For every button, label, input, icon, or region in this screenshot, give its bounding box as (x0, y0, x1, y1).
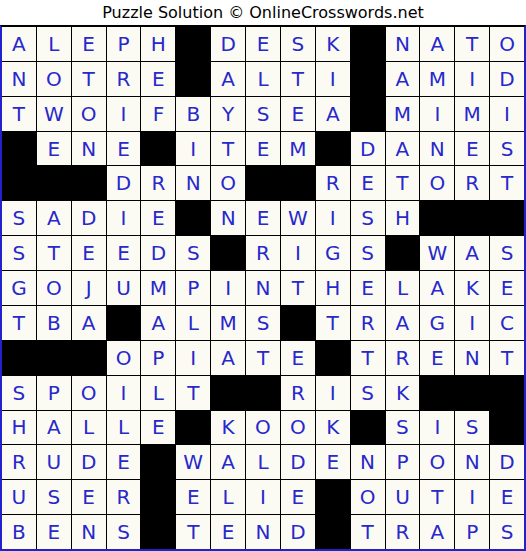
letter-cell: F (141, 97, 175, 131)
page-title: Puzzle Solution © OnlineCrosswords.net (0, 0, 526, 25)
letter-cell: D (281, 445, 315, 479)
black-cell (2, 132, 36, 166)
black-cell (246, 166, 280, 200)
letter-cell: N (72, 515, 106, 549)
letter-cell: S (351, 201, 385, 235)
letter-cell: R (351, 306, 385, 340)
black-cell (351, 27, 385, 61)
black-cell (176, 27, 210, 61)
black-cell (211, 376, 245, 410)
black-cell (141, 445, 175, 479)
letter-cell: R (386, 341, 420, 375)
letter-cell: R (316, 166, 350, 200)
letter-cell: R (455, 166, 489, 200)
letter-cell: T (351, 515, 385, 549)
letter-cell: A (316, 97, 350, 131)
letter-cell: A (37, 411, 71, 445)
letter-cell: I (107, 97, 141, 131)
letter-cell: A (37, 201, 71, 235)
letter-cell: E (107, 132, 141, 166)
letter-cell: W (176, 445, 210, 479)
black-cell (176, 201, 210, 235)
letter-cell: A (420, 271, 454, 305)
letter-cell: B (176, 97, 210, 131)
black-cell (281, 306, 315, 340)
letter-cell: T (386, 166, 420, 200)
letter-cell: M (455, 97, 489, 131)
letter-cell: L (176, 306, 210, 340)
letter-cell: R (386, 515, 420, 549)
letter-cell: E (37, 515, 71, 549)
black-cell (351, 62, 385, 96)
letter-cell: B (2, 515, 36, 549)
letter-cell: I (490, 97, 524, 131)
letter-cell: H (386, 201, 420, 235)
letter-cell: T (316, 306, 350, 340)
letter-cell: L (107, 411, 141, 445)
letter-cell: R (107, 480, 141, 514)
letter-cell: A (72, 306, 106, 340)
black-cell (455, 201, 489, 235)
letter-cell: T (490, 341, 524, 375)
letter-cell: J (72, 271, 106, 305)
letter-cell: I (176, 132, 210, 166)
black-cell (176, 62, 210, 96)
letter-cell: M (386, 97, 420, 131)
letter-cell: O (281, 411, 315, 445)
letter-cell: E (281, 480, 315, 514)
letter-cell: M (141, 271, 175, 305)
letter-cell: A (455, 236, 489, 270)
letter-cell: P (386, 445, 420, 479)
letter-cell: L (211, 480, 245, 514)
letter-cell: D (107, 166, 141, 200)
letter-cell: D (211, 27, 245, 61)
letter-cell: E (351, 271, 385, 305)
letter-cell: S (351, 376, 385, 410)
black-cell (72, 166, 106, 200)
letter-cell: W (37, 97, 71, 131)
letter-cell: T (2, 97, 36, 131)
black-cell (316, 341, 350, 375)
letter-cell: T (420, 480, 454, 514)
letter-cell: O (72, 376, 106, 410)
letter-cell: L (141, 376, 175, 410)
black-cell (141, 480, 175, 514)
letter-cell: N (420, 132, 454, 166)
letter-cell: D (490, 62, 524, 96)
letter-cell: S (37, 480, 71, 514)
letter-cell: R (2, 445, 36, 479)
black-cell (455, 376, 489, 410)
letter-cell: I (316, 62, 350, 96)
black-cell (386, 236, 420, 270)
letter-cell: N (72, 132, 106, 166)
black-cell (316, 515, 350, 549)
letter-cell: A (2, 27, 36, 61)
letter-cell: N (455, 445, 489, 479)
letter-cell: I (176, 341, 210, 375)
letter-cell: E (72, 27, 106, 61)
letter-cell: E (141, 201, 175, 235)
letter-cell: T (176, 515, 210, 549)
letter-cell: R (281, 376, 315, 410)
letter-cell: O (351, 480, 385, 514)
letter-cell: I (316, 376, 350, 410)
letter-cell: P (141, 341, 175, 375)
letter-cell: G (420, 306, 454, 340)
letter-cell: M (281, 132, 315, 166)
letter-cell: D (141, 236, 175, 270)
letter-cell: U (37, 445, 71, 479)
letter-cell: L (37, 27, 71, 61)
black-cell (316, 480, 350, 514)
letter-cell: S (351, 236, 385, 270)
letter-cell: I (107, 201, 141, 235)
letter-cell: D (72, 445, 106, 479)
black-cell (351, 411, 385, 445)
letter-cell: S (176, 236, 210, 270)
letter-cell: A (211, 62, 245, 96)
letter-cell: O (37, 271, 71, 305)
letter-cell: O (420, 166, 454, 200)
letter-cell: N (2, 62, 36, 96)
black-cell (141, 132, 175, 166)
letter-cell: O (246, 411, 280, 445)
letter-cell: K (316, 27, 350, 61)
letter-cell: S (2, 376, 36, 410)
letter-cell: K (211, 411, 245, 445)
letter-cell: A (211, 341, 245, 375)
letter-cell: E (72, 236, 106, 270)
letter-cell: E (246, 201, 280, 235)
letter-cell: E (420, 341, 454, 375)
letter-cell: E (490, 271, 524, 305)
letter-cell: I (420, 97, 454, 131)
letter-cell: S (2, 236, 36, 270)
letter-cell: M (211, 306, 245, 340)
letter-cell: A (386, 306, 420, 340)
black-cell (490, 411, 524, 445)
letter-cell: N (455, 341, 489, 375)
letter-cell: S (490, 515, 524, 549)
black-cell (420, 376, 454, 410)
letter-cell: S (386, 411, 420, 445)
letter-cell: L (386, 271, 420, 305)
black-cell (351, 97, 385, 131)
letter-cell: T (72, 62, 106, 96)
letter-cell: O (107, 341, 141, 375)
letter-cell: O (420, 445, 454, 479)
letter-cell: M (420, 62, 454, 96)
letter-cell: G (316, 236, 350, 270)
letter-cell: K (386, 376, 420, 410)
letter-cell: K (455, 271, 489, 305)
letter-cell: U (2, 480, 36, 514)
letter-cell: N (351, 445, 385, 479)
black-cell (141, 515, 175, 549)
black-cell (490, 201, 524, 235)
letter-cell: T (2, 306, 36, 340)
letter-cell: T (281, 62, 315, 96)
letter-cell: T (211, 132, 245, 166)
crossword-board: ALEPHDESKNATONOTREALTIAMIDTWOIFBYSEAMIMI… (0, 25, 526, 551)
letter-cell: I (281, 236, 315, 270)
letter-cell: S (246, 306, 280, 340)
letter-cell: I (211, 271, 245, 305)
black-cell (2, 341, 36, 375)
letter-cell: U (107, 271, 141, 305)
letter-cell: I (455, 62, 489, 96)
letter-cell: D (351, 132, 385, 166)
letter-cell: N (211, 201, 245, 235)
letter-cell: I (420, 411, 454, 445)
letter-cell: T (490, 166, 524, 200)
letter-cell: E (246, 27, 280, 61)
letter-cell: B (37, 306, 71, 340)
black-cell (176, 411, 210, 445)
letter-cell: T (246, 341, 280, 375)
letter-cell: E (37, 132, 71, 166)
letter-cell: S (490, 132, 524, 166)
letter-cell: D (490, 445, 524, 479)
black-cell (420, 201, 454, 235)
letter-cell: E (211, 515, 245, 549)
letter-cell: E (281, 341, 315, 375)
letter-cell: N (386, 27, 420, 61)
letter-cell: S (490, 236, 524, 270)
black-cell (37, 166, 71, 200)
letter-cell: T (281, 271, 315, 305)
letter-cell: A (211, 445, 245, 479)
letter-cell: L (246, 62, 280, 96)
letter-cell: H (141, 27, 175, 61)
letter-cell: A (141, 306, 175, 340)
letter-cell: I (455, 480, 489, 514)
letter-cell: E (455, 132, 489, 166)
letter-cell: A (420, 515, 454, 549)
letter-cell: R (246, 236, 280, 270)
letter-cell: D (72, 201, 106, 235)
letter-cell: S (455, 411, 489, 445)
letter-cell: R (107, 62, 141, 96)
letter-cell: I (107, 376, 141, 410)
letter-cell: L (246, 445, 280, 479)
letter-cell: E (107, 236, 141, 270)
letter-cell: I (316, 201, 350, 235)
letter-cell: R (141, 166, 175, 200)
letter-cell: K (316, 411, 350, 445)
letter-cell: A (386, 62, 420, 96)
letter-cell: Y (211, 97, 245, 131)
letter-cell: P (37, 376, 71, 410)
letter-cell: S (107, 515, 141, 549)
letter-cell: H (316, 271, 350, 305)
letter-cell: E (246, 132, 280, 166)
letter-cell: W (281, 201, 315, 235)
letter-cell: G (2, 271, 36, 305)
black-cell (2, 166, 36, 200)
letter-cell: O (490, 27, 524, 61)
puzzle-solution-page: Puzzle Solution © OnlineCrosswords.net A… (0, 0, 526, 551)
letter-cell: E (351, 166, 385, 200)
letter-cell: S (246, 97, 280, 131)
letter-cell: O (37, 62, 71, 96)
letter-cell: C (490, 306, 524, 340)
black-cell (107, 306, 141, 340)
letter-cell: O (211, 166, 245, 200)
letter-cell: T (351, 341, 385, 375)
letter-cell: W (420, 236, 454, 270)
black-cell (72, 341, 106, 375)
black-cell (246, 376, 280, 410)
letter-cell: P (455, 515, 489, 549)
letter-cell: I (246, 480, 280, 514)
black-cell (211, 236, 245, 270)
letter-cell: P (176, 271, 210, 305)
letter-cell: E (141, 411, 175, 445)
letter-cell: L (72, 411, 106, 445)
letter-cell: E (176, 480, 210, 514)
letter-cell: P (107, 27, 141, 61)
letter-cell: T (176, 376, 210, 410)
letter-cell: S (281, 27, 315, 61)
letter-cell: D (281, 515, 315, 549)
letter-cell: A (420, 27, 454, 61)
letter-cell: O (72, 97, 106, 131)
letter-cell: E (490, 480, 524, 514)
letter-cell: E (107, 445, 141, 479)
black-cell (281, 166, 315, 200)
black-cell (316, 132, 350, 166)
letter-cell: I (455, 306, 489, 340)
letter-cell: N (246, 271, 280, 305)
letter-cell: E (141, 62, 175, 96)
letter-cell: S (2, 201, 36, 235)
letter-cell: H (2, 411, 36, 445)
letter-cell: E (72, 480, 106, 514)
black-cell (490, 376, 524, 410)
letter-cell: T (455, 27, 489, 61)
letter-cell: N (176, 166, 210, 200)
letter-cell: T (37, 236, 71, 270)
letter-cell: A (386, 132, 420, 166)
letter-cell: E (316, 445, 350, 479)
black-cell (37, 341, 71, 375)
letter-cell: N (246, 515, 280, 549)
letter-cell: E (281, 97, 315, 131)
letter-cell: U (386, 480, 420, 514)
